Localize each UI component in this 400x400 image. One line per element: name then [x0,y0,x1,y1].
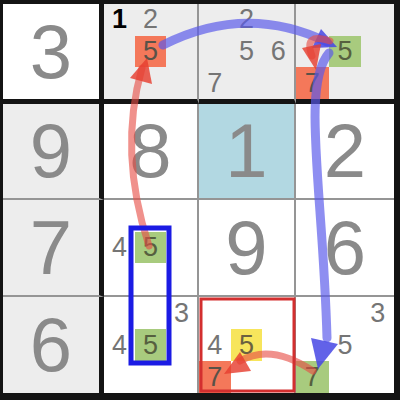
empty-mark-slot [135,297,166,329]
empty-mark-slot [262,329,294,361]
empty-mark-slot [166,36,197,68]
value-digit: 9 [225,210,267,286]
empty-mark-slot [166,4,197,36]
candidate-4: 4 [104,329,135,361]
candidate-2: 2 [135,4,166,36]
empty-mark-slot [329,4,362,36]
empty-mark-slot [104,361,135,393]
value-digit: 1 [225,113,267,189]
candidate-7: 7 [296,67,329,99]
empty-mark-slot [361,361,394,393]
empty-mark-slot [199,297,231,329]
empty-mark-slot [104,200,135,232]
cell-r3c3[interactable]: 9 [199,200,296,297]
empty-mark-slot [104,297,135,329]
pencil-marks: 345 [104,297,197,393]
pencil-marks: 457 [199,297,294,393]
empty-mark-slot [135,200,166,232]
value-digit: 6 [30,307,72,383]
candidate-5: 5 [231,329,263,361]
empty-mark-slot [166,361,197,393]
cell-r4c3[interactable]: 457 [199,297,296,393]
empty-mark-slot [199,4,231,36]
candidate-5: 5 [329,329,362,361]
cell-r1c4[interactable]: 57 [296,4,394,104]
empty-mark-slot [296,329,329,361]
empty-mark-slot [199,36,231,68]
candidate-7: 7 [296,361,329,393]
cell-r2c1[interactable]: 9 [3,104,104,200]
candidate-5: 5 [329,36,362,68]
pencil-marks: 45 [104,200,197,295]
empty-mark-slot [361,36,394,68]
pencil-marks: 125 [104,4,197,99]
candidate-2: 2 [231,4,263,36]
empty-mark-slot [231,297,263,329]
cell-r2c2[interactable]: 8 [104,104,199,200]
empty-mark-slot [361,67,394,99]
candidate-5: 5 [135,232,166,264]
candidate-5: 5 [135,329,166,361]
cell-r4c1[interactable]: 6 [3,297,104,393]
empty-mark-slot [296,4,329,36]
value-digit: 9 [30,113,72,189]
candidate-7: 7 [199,67,231,99]
value-digit: 3 [30,14,72,90]
empty-mark-slot [104,67,135,99]
cell-r1c1[interactable]: 3 [3,4,104,104]
candidate-1: 1 [104,4,135,36]
empty-mark-slot [166,329,197,361]
empty-mark-slot [104,263,135,295]
cell-r3c1[interactable]: 7 [3,200,104,297]
value-digit: 2 [324,113,366,189]
empty-mark-slot [361,4,394,36]
empty-mark-slot [262,361,294,393]
candidate-3: 3 [361,297,394,329]
empty-mark-slot [329,297,362,329]
candidate-5: 5 [231,36,263,68]
empty-mark-slot [262,67,294,99]
cell-r4c4[interactable]: 357 [296,297,394,393]
value-digit: 6 [324,210,366,286]
pencil-marks: 2567 [199,4,294,99]
empty-mark-slot [104,36,135,68]
pencil-marks: 357 [296,297,394,393]
empty-mark-slot [296,297,329,329]
empty-mark-slot [166,67,197,99]
candidate-7: 7 [199,361,231,393]
cell-r3c2[interactable]: 45 [104,200,199,297]
empty-mark-slot [329,361,362,393]
empty-mark-slot [166,200,197,232]
empty-mark-slot [361,329,394,361]
pencil-marks: 57 [296,4,394,99]
candidate-4: 4 [104,232,135,264]
candidate-3: 3 [166,297,197,329]
cell-r1c2[interactable]: 125 [104,4,199,104]
empty-mark-slot [135,361,166,393]
value-digit: 8 [129,113,171,189]
cell-r4c2[interactable]: 345 [104,297,199,393]
candidate-5: 5 [135,36,166,68]
cell-r1c3[interactable]: 2567 [199,4,296,104]
empty-mark-slot [166,263,197,295]
cell-r3c4[interactable]: 6 [296,200,394,297]
empty-mark-slot [135,263,166,295]
empty-mark-slot [262,297,294,329]
empty-mark-slot [296,36,329,68]
sudoku-board: 31252567579812745966345457357 [0,0,400,400]
empty-mark-slot [262,4,294,36]
candidate-4: 4 [199,329,231,361]
sudoku-app: 31252567579812745966345457357 [0,0,400,400]
cell-r2c4[interactable]: 2 [296,104,394,200]
empty-mark-slot [166,232,197,264]
value-digit: 7 [30,210,72,286]
empty-mark-slot [231,361,263,393]
empty-mark-slot [231,67,263,99]
empty-mark-slot [135,67,166,99]
candidate-6: 6 [262,36,294,68]
empty-mark-slot [329,67,362,99]
cell-r2c3[interactable]: 1 [199,104,296,200]
